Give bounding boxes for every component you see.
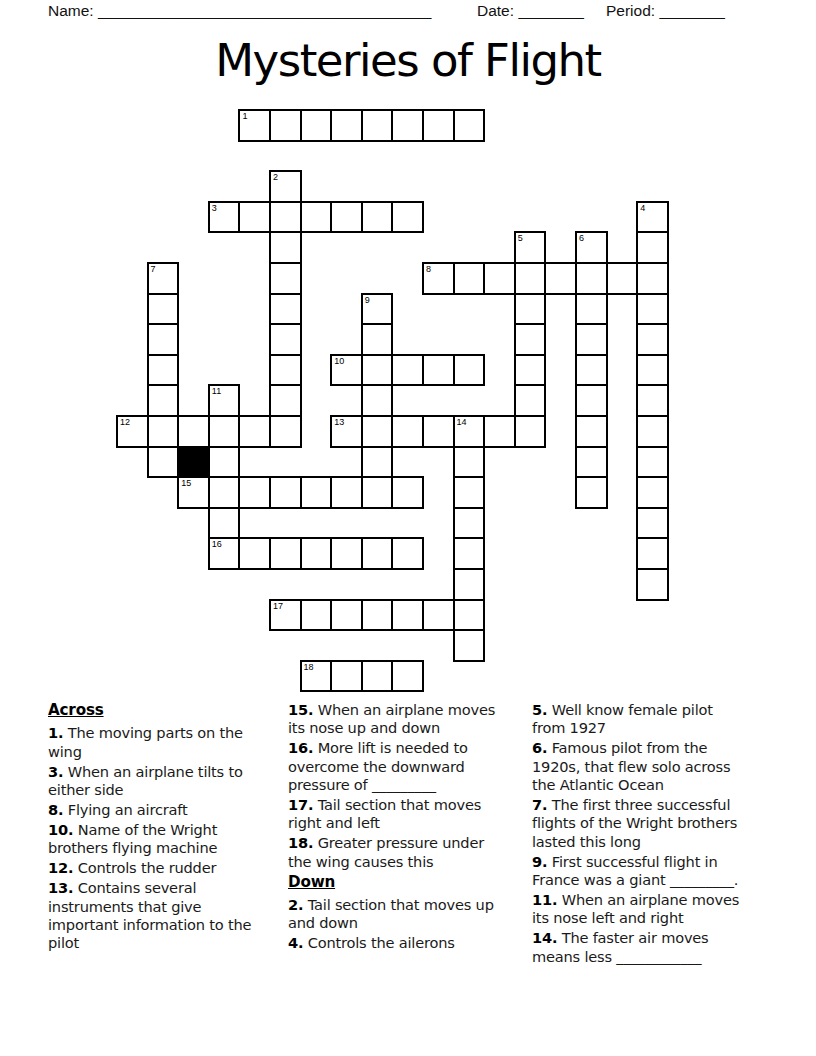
grid-cell[interactable]	[238, 415, 271, 448]
clue-8: 8. Flying an aircraft	[48, 801, 284, 819]
clue-number-label: 9.	[532, 853, 547, 870]
clue-number: 3	[212, 203, 217, 213]
grid-cell[interactable]	[269, 323, 302, 356]
clue-number-label: 1.	[48, 724, 63, 741]
grid-cell[interactable]	[269, 109, 302, 142]
clue-5: 5. Well know female pilot from 1927	[532, 701, 808, 738]
grid-cell[interactable]	[300, 476, 333, 509]
grid-cell[interactable]	[361, 384, 394, 417]
grid-cell[interactable]	[330, 109, 363, 142]
crossword-grid: 123456789101112131415161718	[117, 110, 671, 693]
grid-cell[interactable]	[636, 384, 669, 417]
grid-cell[interactable]: 7	[147, 262, 180, 295]
grid-cell[interactable]: 4	[636, 201, 669, 234]
grid-cell[interactable]	[238, 476, 271, 509]
clue-17: 17. Tail section that moves right and le…	[288, 796, 524, 833]
grid-cell[interactable]: 11	[208, 384, 241, 417]
grid-cell[interactable]	[514, 354, 547, 387]
clue-number: 2	[273, 172, 278, 182]
date-blank-line: ________	[518, 2, 583, 19]
period-blank-line: ________	[659, 2, 724, 19]
clue-4: 4. Controls the ailerons	[288, 934, 524, 952]
clue-10: 10. Name of the Wright brothers flying m…	[48, 821, 284, 858]
grid-cell[interactable]	[391, 201, 424, 234]
grid-cell[interactable]	[361, 660, 394, 693]
grid-cell[interactable]: 15	[177, 476, 210, 509]
clue-number: 7	[151, 264, 156, 274]
grid-cell[interactable]	[575, 323, 608, 356]
grid-cell[interactable]	[361, 476, 394, 509]
period-label: Period:	[606, 2, 655, 19]
clue-number-label: 2.	[288, 896, 303, 913]
grid-cell[interactable]	[575, 354, 608, 387]
grid-cell[interactable]	[208, 507, 241, 540]
clue-number-label: 11.	[532, 891, 557, 908]
grid-cell[interactable]	[330, 476, 363, 509]
clue-12: 12. Controls the rudder	[48, 859, 284, 877]
name-blank-line: ________________________________________…	[98, 2, 431, 19]
grid-cell[interactable]: 13	[330, 415, 363, 448]
grid-cell[interactable]: 17	[269, 599, 302, 632]
clue-column-2: 15. When an airplane moves its nose up a…	[288, 701, 524, 954]
clue-number-label: 6.	[532, 739, 547, 756]
grid-cell[interactable]	[575, 446, 608, 479]
grid-cell[interactable]	[544, 262, 577, 295]
grid-cell[interactable]	[391, 109, 424, 142]
grid-cell[interactable]	[147, 446, 180, 479]
clue-13: 13. Contains several instruments that gi…	[48, 879, 284, 953]
grid-cell[interactable]: 18	[300, 660, 333, 693]
clue-number: 18	[304, 662, 314, 672]
grid-cell[interactable]	[422, 109, 455, 142]
grid-cell[interactable]	[330, 599, 363, 632]
grid-cell[interactable]	[177, 415, 210, 448]
clue-7: 7. The first three successful flights of…	[532, 796, 808, 851]
clue-18: 18. Greater pressure under the wing caus…	[288, 834, 524, 871]
grid-cell[interactable]	[147, 415, 180, 448]
grid-cell[interactable]	[575, 384, 608, 417]
grid-cell[interactable]	[391, 354, 424, 387]
grid-cell[interactable]	[147, 354, 180, 387]
grid-cell[interactable]	[361, 109, 394, 142]
clue-16: 16. More lift is needed to overcome the …	[288, 739, 524, 794]
grid-cell[interactable]	[514, 293, 547, 326]
grid-cell[interactable]	[636, 293, 669, 326]
grid-cell[interactable]	[208, 446, 241, 479]
clue-number-label: 17.	[288, 796, 313, 813]
grid-cell[interactable]: 3	[208, 201, 241, 234]
grid-cell[interactable]	[269, 293, 302, 326]
grid-cell[interactable]	[453, 507, 486, 540]
grid-cell[interactable]: 8	[422, 262, 455, 295]
grid-cell[interactable]: 2	[269, 170, 302, 203]
clue-heading-down: Down	[288, 873, 524, 891]
grid-cell[interactable]	[300, 201, 333, 234]
clue-number: 4	[640, 203, 645, 213]
grid-cell[interactable]	[453, 446, 486, 479]
clue-number-label: 15.	[288, 701, 313, 718]
grid-cell[interactable]	[269, 231, 302, 264]
clue-14: 14. The faster air moves means less ____…	[532, 929, 808, 966]
grid-cell[interactable]	[361, 354, 394, 387]
clue-number: 16	[212, 539, 222, 549]
grid-cell[interactable]	[330, 660, 363, 693]
clue-number-label: 3.	[48, 763, 63, 780]
clue-number: 10	[334, 356, 344, 366]
name-label: Name:	[48, 2, 94, 19]
grid-cell[interactable]	[269, 415, 302, 448]
grid-cell[interactable]	[575, 262, 608, 295]
grid-cell[interactable]	[147, 323, 180, 356]
grid-cell[interactable]	[453, 109, 486, 142]
date-label: Date:	[477, 2, 514, 19]
grid-cell[interactable]	[636, 476, 669, 509]
grid-cell[interactable]	[238, 201, 271, 234]
grid-cell[interactable]	[391, 415, 424, 448]
grid-cell[interactable]	[453, 599, 486, 632]
clue-15: 15. When an airplane moves its nose up a…	[288, 701, 524, 738]
grid-cell[interactable]	[361, 599, 394, 632]
clue-number: 15	[181, 478, 191, 488]
clue-number-label: 18.	[288, 834, 313, 851]
grid-cell[interactable]	[269, 262, 302, 295]
clue-number: 6	[579, 233, 584, 243]
clue-2: 2. Tail section that moves up and down	[288, 896, 524, 933]
grid-cell[interactable]	[208, 476, 241, 509]
clue-column-1: Across1. The moving parts on the wing3. …	[48, 701, 284, 954]
grid-cell[interactable]	[514, 384, 547, 417]
grid-cell[interactable]	[269, 354, 302, 387]
clue-number: 5	[518, 233, 523, 243]
grid-cell[interactable]	[269, 476, 302, 509]
clue-heading-across: Across	[48, 701, 284, 719]
clue-number-label: 16.	[288, 739, 313, 756]
grid-cell[interactable]	[453, 476, 486, 509]
grid-cell[interactable]	[269, 384, 302, 417]
grid-cell[interactable]	[238, 537, 271, 570]
grid-cell[interactable]	[361, 446, 394, 479]
grid-cell[interactable]	[453, 262, 486, 295]
clue-number: 9	[365, 295, 370, 305]
grid-cell[interactable]	[391, 476, 424, 509]
grid-cell[interactable]	[636, 231, 669, 264]
name-field: Name: __________________________________…	[48, 2, 431, 20]
grid-cell[interactable]	[606, 262, 639, 295]
clue-number-label: 4.	[288, 934, 303, 951]
clue-number-label: 14.	[532, 929, 557, 946]
clue-number-label: 8.	[48, 801, 63, 818]
clue-9: 9. First successful flight in France was…	[532, 853, 808, 890]
grid-cell[interactable]	[636, 537, 669, 570]
grid-cell[interactable]: 12	[116, 415, 149, 448]
grid-cell[interactable]: 5	[514, 231, 547, 264]
grid-cell[interactable]	[422, 599, 455, 632]
clue-number: 8	[426, 264, 431, 274]
clue-number-label: 5.	[532, 701, 547, 718]
grid-cell[interactable]	[361, 537, 394, 570]
grid-cell[interactable]	[636, 415, 669, 448]
clue-column-3: 5. Well know female pilot from 19276. Fa…	[532, 701, 808, 968]
grid-cell[interactable]	[300, 109, 333, 142]
grid-cell[interactable]	[636, 446, 669, 479]
clue-number-label: 13.	[48, 879, 73, 896]
grid-cell[interactable]: 9	[361, 293, 394, 326]
period-field: Period: ________	[606, 2, 724, 20]
grid-cell[interactable]	[330, 537, 363, 570]
grid-cell[interactable]	[453, 629, 486, 662]
clue-number: 1	[242, 111, 247, 121]
grid-cell[interactable]	[453, 354, 486, 387]
grid-cell[interactable]	[575, 415, 608, 448]
grid-cell[interactable]	[453, 537, 486, 570]
grid-cell[interactable]	[391, 660, 424, 693]
grid-cell[interactable]	[422, 415, 455, 448]
grid-cell[interactable]	[514, 415, 547, 448]
clue-3: 3. When an airplane tilts to either side	[48, 763, 284, 800]
grid-cell[interactable]: 14	[453, 415, 486, 448]
grid-cell[interactable]	[300, 537, 333, 570]
grid-cell[interactable]	[636, 507, 669, 540]
grid-cell[interactable]	[361, 201, 394, 234]
grid-cell[interactable]	[361, 415, 394, 448]
grid-cell[interactable]	[514, 262, 547, 295]
clue-6: 6. Famous pilot from the 1920s, that fle…	[532, 739, 808, 794]
clue-number: 12	[120, 417, 130, 427]
clue-number: 13	[334, 417, 344, 427]
clue-1: 1. The moving parts on the wing	[48, 724, 284, 761]
grid-cell[interactable]	[483, 415, 516, 448]
grid-cell[interactable]	[300, 599, 333, 632]
grid-cell[interactable]	[391, 599, 424, 632]
grid-cell[interactable]	[269, 537, 302, 570]
grid-cell[interactable]	[575, 293, 608, 326]
grid-cell[interactable]	[147, 384, 180, 417]
grid-cell[interactable]	[269, 201, 302, 234]
date-field: Date: ________	[477, 2, 583, 20]
grid-cell[interactable]	[514, 323, 547, 356]
clue-number-label: 12.	[48, 859, 73, 876]
grid-cell[interactable]	[453, 568, 486, 601]
grid-cell[interactable]	[147, 293, 180, 326]
grid-cell[interactable]: 16	[208, 537, 241, 570]
clue-number-label: 10.	[48, 821, 73, 838]
clue-number: 17	[273, 601, 283, 611]
clue-11: 11. When an airplane moves its nose left…	[532, 891, 808, 928]
grid-cell[interactable]: 10	[330, 354, 363, 387]
clue-number: 11	[212, 386, 221, 396]
grid-cell[interactable]: 1	[238, 109, 271, 142]
grid-cell[interactable]	[422, 354, 455, 387]
grid-cell[interactable]	[361, 323, 394, 356]
black-cell	[177, 446, 210, 479]
grid-cell[interactable]	[330, 201, 363, 234]
grid-cell[interactable]	[636, 354, 669, 387]
clue-number: 14	[457, 417, 467, 427]
grid-cell[interactable]: 6	[575, 231, 608, 264]
grid-cell[interactable]	[636, 323, 669, 356]
puzzle-title: Mysteries of Flight	[0, 34, 816, 87]
grid-cell[interactable]	[636, 262, 669, 295]
grid-cell[interactable]	[575, 476, 608, 509]
grid-cell[interactable]	[208, 415, 241, 448]
grid-cell[interactable]	[391, 537, 424, 570]
clue-number-label: 7.	[532, 796, 547, 813]
grid-cell[interactable]	[636, 568, 669, 601]
grid-cell[interactable]	[483, 262, 516, 295]
